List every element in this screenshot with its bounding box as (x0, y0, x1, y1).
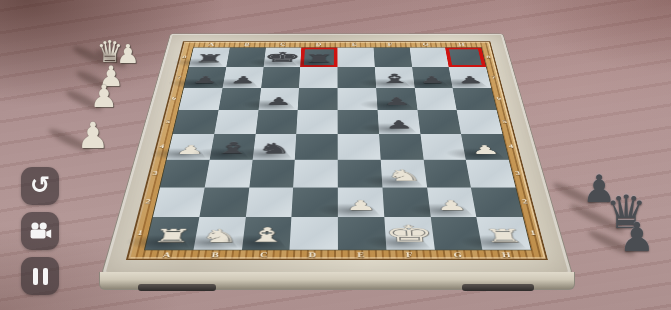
square-e3[interactable] (338, 160, 382, 188)
rank-label-left-1: 1 (137, 229, 145, 237)
square-d7[interactable] (299, 67, 337, 88)
square-h8[interactable] (445, 48, 486, 67)
black-rook[interactable]: ♜ (193, 54, 225, 64)
square-a2[interactable] (153, 187, 205, 217)
square-f3[interactable]: ♞ (380, 160, 426, 188)
file-label-top-b: B (244, 42, 251, 46)
black-pawn[interactable]: ♟ (383, 97, 411, 107)
video-camera-icon (28, 221, 52, 241)
square-g2[interactable]: ♟ (427, 187, 477, 217)
black-pawn[interactable]: ♟ (419, 75, 446, 84)
square-b2[interactable] (199, 187, 249, 217)
square-h6[interactable] (453, 88, 497, 110)
square-a1[interactable]: ♜ (145, 217, 199, 250)
file-label-bottom-f: F (406, 250, 414, 258)
square-f6[interactable]: ♟ (376, 88, 417, 110)
square-b1[interactable]: ♞ (193, 217, 245, 250)
black-king[interactable]: ♚ (263, 51, 302, 64)
square-e4[interactable] (338, 134, 381, 160)
square-b3[interactable] (205, 160, 253, 188)
file-label-top-h: H (458, 42, 466, 46)
square-h1[interactable]: ♜ (477, 217, 531, 250)
captured-white-pawn: ♟ (77, 119, 109, 152)
black-pawn[interactable]: ♟ (456, 75, 484, 84)
rank-label-left-3: 3 (152, 169, 159, 176)
square-c3[interactable] (249, 160, 295, 188)
square-e5[interactable] (338, 110, 379, 134)
square-h7[interactable]: ♟ (449, 67, 491, 88)
undo-button[interactable]: ↺ (21, 167, 59, 205)
record-button[interactable] (21, 212, 59, 250)
chess-app-screen: ♜♚♜♟♟♝♟♟♟♟♟♟♝♞♟♞♟♟♜♞♝♚♜ AABBCCDDEEFFGGHH… (0, 0, 671, 310)
square-e8[interactable] (337, 48, 374, 67)
white-pawn[interactable]: ♟ (470, 144, 501, 155)
rank-label-right-7: 7 (491, 74, 497, 79)
file-label-bottom-b: B (211, 250, 220, 258)
file-label-top-d: D (316, 42, 323, 46)
black-pawn[interactable]: ♟ (384, 120, 413, 130)
square-d2[interactable] (292, 187, 338, 217)
file-label-top-a: A (208, 42, 215, 46)
square-f4[interactable] (379, 134, 423, 160)
square-h5[interactable] (457, 110, 503, 134)
square-b6[interactable] (218, 88, 260, 110)
white-pawn[interactable]: ♟ (435, 199, 468, 212)
square-c2[interactable] (245, 187, 293, 217)
pause-icon (33, 268, 48, 285)
square-g3[interactable] (423, 160, 471, 188)
square-a5[interactable] (173, 110, 218, 134)
white-pawn[interactable]: ♟ (174, 144, 205, 155)
square-b4[interactable]: ♝ (209, 134, 255, 160)
square-g1[interactable] (430, 217, 482, 250)
white-bishop[interactable]: ♝ (245, 226, 289, 244)
file-label-bottom-c: C (259, 250, 268, 258)
rank-label-right-4: 4 (508, 143, 515, 149)
rank-label-left-5: 5 (165, 118, 172, 124)
square-e7[interactable] (337, 67, 375, 88)
square-g7[interactable]: ♟ (412, 67, 453, 88)
square-c5[interactable] (255, 110, 298, 134)
white-king[interactable]: ♚ (383, 223, 434, 244)
square-f7[interactable]: ♝ (375, 67, 415, 88)
rank-label-right-3: 3 (514, 169, 521, 176)
black-pawn[interactable]: ♟ (191, 75, 219, 84)
square-a8[interactable]: ♜ (189, 48, 230, 67)
file-label-bottom-e: E (357, 250, 365, 258)
square-h3[interactable] (466, 160, 516, 188)
square-f8[interactable] (373, 48, 411, 67)
square-f1[interactable]: ♚ (384, 217, 434, 250)
rank-label-right-1: 1 (529, 229, 537, 237)
square-c1[interactable]: ♝ (242, 217, 292, 250)
square-f5[interactable]: ♟ (377, 110, 420, 134)
rank-label-right-5: 5 (502, 118, 509, 124)
square-f2[interactable] (382, 187, 430, 217)
white-pawn[interactable]: ♟ (345, 199, 377, 212)
square-c8[interactable]: ♚ (263, 48, 301, 67)
square-g5[interactable] (417, 110, 461, 134)
square-c6[interactable]: ♟ (258, 88, 299, 110)
square-a7[interactable]: ♟ (184, 67, 226, 88)
square-d6[interactable] (298, 88, 338, 110)
file-label-bottom-g: G (453, 250, 464, 258)
square-d3[interactable] (293, 160, 337, 188)
black-pawn[interactable]: ♟ (265, 97, 293, 107)
square-a3[interactable] (160, 160, 209, 188)
square-d5[interactable] (296, 110, 337, 134)
rank-label-right-6: 6 (496, 96, 502, 101)
square-g8[interactable] (409, 48, 449, 67)
square-h4[interactable]: ♟ (461, 134, 508, 160)
square-e2[interactable]: ♟ (338, 187, 384, 217)
square-c7[interactable] (261, 67, 301, 88)
board-foot-right (462, 284, 534, 291)
file-label-top-g: G (422, 42, 430, 46)
file-label-bottom-h: H (501, 250, 512, 258)
square-d1[interactable] (290, 217, 338, 250)
white-knight[interactable]: ♞ (385, 168, 423, 182)
rank-label-left-7: 7 (177, 74, 183, 79)
rank-label-left-6: 6 (171, 96, 177, 101)
board-squares: ♜♚♜♟♟♝♟♟♟♟♟♟♝♞♟♞♟♟♜♞♝♚♜ (144, 47, 532, 250)
rank-label-left-8: 8 (182, 54, 188, 59)
captured-black-pawn: ♟ (619, 219, 655, 256)
undo-icon: ↺ (30, 171, 50, 199)
file-label-top-e: E (352, 42, 358, 46)
rank-label-right-8: 8 (486, 54, 492, 59)
rank-label-right-2: 2 (521, 198, 529, 205)
black-pawn[interactable]: ♟ (229, 75, 256, 84)
square-b8[interactable] (226, 48, 265, 67)
black-bishop[interactable]: ♝ (377, 73, 412, 85)
file-label-top-c: C (280, 42, 287, 46)
square-a6[interactable] (179, 88, 223, 110)
white-rook[interactable]: ♜ (482, 227, 525, 244)
rank-label-left-2: 2 (145, 198, 153, 205)
pause-button[interactable] (21, 257, 59, 295)
black-knight[interactable]: ♞ (256, 142, 292, 155)
square-e6[interactable] (338, 88, 378, 110)
square-g6[interactable] (414, 88, 456, 110)
file-label-top-f: F (387, 42, 393, 46)
square-a4[interactable]: ♟ (167, 134, 214, 160)
chess-board: ♜♚♜♟♟♝♟♟♟♟♟♟♝♞♟♞♟♟♜♞♝♚♜ AABBCCDDEEFFGGHH… (101, 33, 573, 275)
black-bishop[interactable]: ♝ (212, 141, 252, 155)
file-label-bottom-a: A (162, 250, 172, 258)
square-b5[interactable] (214, 110, 258, 134)
square-d8[interactable]: ♜ (300, 48, 337, 67)
square-d4[interactable] (295, 134, 338, 160)
captured-white-pawn: ♟ (90, 82, 118, 111)
white-rook[interactable]: ♜ (150, 227, 193, 244)
white-knight[interactable]: ♞ (198, 227, 240, 244)
square-h2[interactable] (471, 187, 523, 217)
board-foot-left (138, 284, 216, 291)
square-e1[interactable] (338, 217, 386, 250)
square-g4[interactable] (420, 134, 466, 160)
black-rook[interactable]: ♜ (304, 54, 335, 64)
rank-label-left-4: 4 (159, 143, 166, 149)
square-b7[interactable]: ♟ (222, 67, 263, 88)
file-label-bottom-d: D (308, 250, 317, 258)
square-c4[interactable]: ♞ (252, 134, 296, 160)
